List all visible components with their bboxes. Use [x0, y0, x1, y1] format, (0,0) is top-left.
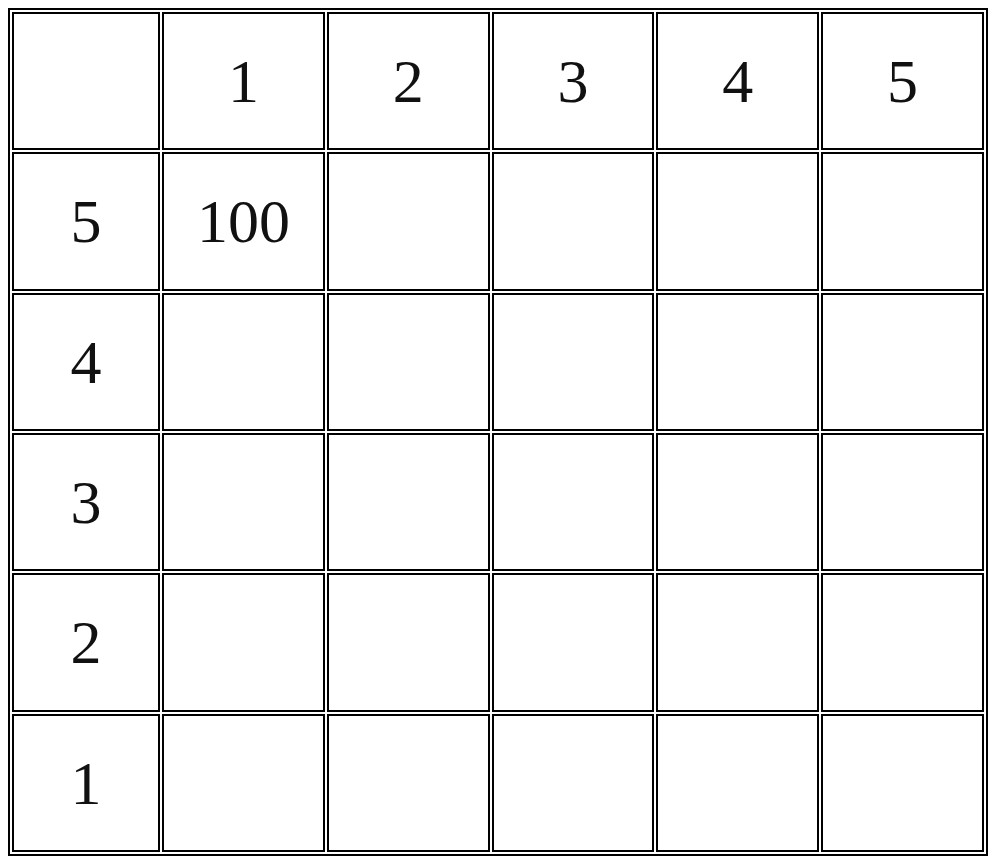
col-header-3: 3 — [492, 12, 655, 150]
grid-cell-r1-c3 — [492, 714, 655, 852]
grid-cell-r3-c4 — [656, 433, 819, 571]
row-header-1: 1 — [12, 714, 160, 852]
grid-cell-r2-c2 — [327, 573, 490, 711]
grid-cell-r4-c5 — [821, 293, 984, 431]
grid-cell-r4-c1 — [162, 293, 325, 431]
grid-cell-r1-c1 — [162, 714, 325, 852]
grid-cell-r5-c1: 100 — [162, 152, 325, 290]
col-header-2: 2 — [327, 12, 490, 150]
grid-cell-r2-c5 — [821, 573, 984, 711]
grid-cell-r4-c4 — [656, 293, 819, 431]
grid-cell-r3-c2 — [327, 433, 490, 571]
grid-cell-r5-c4 — [656, 152, 819, 290]
grid-cell-r3-c1 — [162, 433, 325, 571]
grid-cell-r5-c3 — [492, 152, 655, 290]
corner-cell — [12, 12, 160, 150]
grid-cell-r2-c1 — [162, 573, 325, 711]
row-header-5: 5 — [12, 152, 160, 290]
coordinate-grid: 1 2 3 4 5 5 100 4 3 2 1 — [8, 8, 988, 856]
row-header-2: 2 — [12, 573, 160, 711]
grid-cell-r5-c5 — [821, 152, 984, 290]
col-header-4: 4 — [656, 12, 819, 150]
grid-cell-r3-c3 — [492, 433, 655, 571]
grid-cell-r2-c3 — [492, 573, 655, 711]
col-header-1: 1 — [162, 12, 325, 150]
row-header-4: 4 — [12, 293, 160, 431]
grid-cell-r4-c2 — [327, 293, 490, 431]
grid-cell-r4-c3 — [492, 293, 655, 431]
row-header-3: 3 — [12, 433, 160, 571]
grid-cell-r3-c5 — [821, 433, 984, 571]
col-header-5: 5 — [821, 12, 984, 150]
grid-cell-r2-c4 — [656, 573, 819, 711]
grid-cell-r1-c4 — [656, 714, 819, 852]
grid-cell-r5-c2 — [327, 152, 490, 290]
grid-cell-r1-c5 — [821, 714, 984, 852]
grid-cell-r1-c2 — [327, 714, 490, 852]
